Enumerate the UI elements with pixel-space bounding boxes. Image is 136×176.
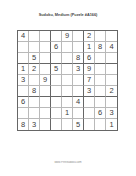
sudoku-cell-r3c4 [51,53,62,64]
sudoku-cell-r1c2 [29,31,40,42]
sudoku-cell-r4c2: 2 [29,64,40,75]
sudoku-cell-r5c5 [62,75,73,86]
sudoku-cell-r9c4 [51,119,62,130]
sudoku-cell-r7c7 [84,97,95,108]
sudoku-cell-r8c4 [51,108,62,119]
sudoku-cell-r8c3 [40,108,51,119]
sudoku-cell-r5c7: 7 [84,75,95,86]
sudoku-cell-r4c8 [95,64,106,75]
sudoku-cell-r9c1: 8 [18,119,29,130]
sudoku-grid: 492618458612539397832641638351 [17,30,118,131]
sudoku-cell-r3c1 [18,53,29,64]
sudoku-cell-r9c5 [62,119,73,130]
sudoku-cell-r4c6: 3 [73,64,84,75]
sudoku-cell-r9c7 [84,119,95,130]
sudoku-cell-r6c1 [18,86,29,97]
sudoku-cell-r7c8 [95,97,106,108]
sudoku-cell-r7c5 [62,97,73,108]
sudoku-cell-r6c9: 2 [106,86,117,97]
sudoku-cell-r7c6: 4 [73,97,84,108]
sudoku-cell-r2c5 [62,42,73,53]
sudoku-cell-r3c5 [62,53,73,64]
sudoku-cell-r4c7: 9 [84,64,95,75]
sudoku-cell-r1c5: 9 [62,31,73,42]
sudoku-cell-r4c9 [106,64,117,75]
sudoku-cell-r4c3 [40,64,51,75]
sudoku-cell-r1c1: 4 [18,31,29,42]
sudoku-cell-r9c9: 1 [106,119,117,130]
sudoku-cell-r6c2: 8 [29,86,40,97]
sudoku-cell-r6c8 [95,86,106,97]
sudoku-cell-r7c9 [106,97,117,108]
sudoku-cell-r5c6 [73,75,84,86]
sudoku-cell-r9c6: 5 [73,119,84,130]
sudoku-cell-r1c9 [106,31,117,42]
sudoku-cell-r6c5 [62,86,73,97]
sudoku-cell-r2c3 [40,42,51,53]
sudoku-page: Sudoku, Medium (Puzzle #A166) 4926184586… [0,0,136,176]
sudoku-cell-r3c3 [40,53,51,64]
sudoku-cell-r1c7: 2 [84,31,95,42]
sudoku-cell-r2c9: 4 [106,42,117,53]
sudoku-cell-r8c2 [29,108,40,119]
sudoku-cell-r2c8: 8 [95,42,106,53]
sudoku-cell-r6c7: 3 [84,86,95,97]
sudoku-cell-r8c1 [18,108,29,119]
sudoku-cell-r5c3: 9 [40,75,51,86]
sudoku-cell-r8c9: 3 [106,108,117,119]
sudoku-cell-r4c4: 5 [51,64,62,75]
sudoku-cell-r7c3 [40,97,51,108]
sudoku-cell-r3c7: 6 [84,53,95,64]
sudoku-cell-r7c4 [51,97,62,108]
sudoku-cell-r3c8 [95,53,106,64]
sudoku-cell-r2c4: 6 [51,42,62,53]
sudoku-cell-r2c1 [18,42,29,53]
sudoku-cell-r4c5 [62,64,73,75]
sudoku-cell-r4c1: 1 [18,64,29,75]
sudoku-cell-r8c7 [84,108,95,119]
page-footer-url: www.PrintSudoku.com [45,161,91,164]
sudoku-cell-r3c2: 5 [29,53,40,64]
sudoku-cell-r8c5: 1 [62,108,73,119]
sudoku-cell-r7c2 [29,97,40,108]
sudoku-cell-r1c4 [51,31,62,42]
sudoku-cell-r6c4 [51,86,62,97]
sudoku-cell-r5c2 [29,75,40,86]
sudoku-cell-r9c2: 3 [29,119,40,130]
sudoku-cell-r2c2 [29,42,40,53]
sudoku-cell-r5c9 [106,75,117,86]
sudoku-cell-r5c4 [51,75,62,86]
sudoku-cell-r5c8 [95,75,106,86]
sudoku-cell-r2c7: 1 [84,42,95,53]
sudoku-cell-r8c6 [73,108,84,119]
sudoku-cell-r1c3 [40,31,51,42]
sudoku-cell-r6c6 [73,86,84,97]
sudoku-cell-r6c3 [40,86,51,97]
sudoku-cell-r5c1: 3 [18,75,29,86]
sudoku-cell-r9c3 [40,119,51,130]
sudoku-cell-r8c8: 6 [95,108,106,119]
sudoku-cell-r2c6 [73,42,84,53]
sudoku-cell-r1c8 [95,31,106,42]
sudoku-cell-r1c6 [73,31,84,42]
sudoku-cell-r3c9 [106,53,117,64]
sudoku-cell-r3c6: 8 [73,53,84,64]
sudoku-cell-r9c8 [95,119,106,130]
sudoku-cell-r7c1: 6 [18,97,29,108]
puzzle-title: Sudoku, Medium (Puzzle #A166) [35,13,100,17]
